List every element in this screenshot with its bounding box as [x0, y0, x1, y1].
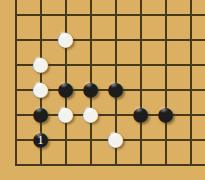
go-board: ●●●●●●●●●●●●1●	[3, 2, 203, 177]
grid-line-vertical	[165, 51, 167, 78]
intersection[interactable]	[178, 77, 203, 102]
grid-line-vertical	[165, 26, 167, 53]
black-stone: ●	[128, 101, 153, 126]
intersection[interactable]	[3, 27, 28, 52]
grid-line-vertical	[190, 101, 192, 128]
intersection[interactable]: ●	[153, 102, 178, 127]
intersection[interactable]	[3, 77, 28, 102]
go-board-diagram: ●●●●●●●●●●●●1●	[0, 0, 205, 180]
intersection[interactable]	[153, 27, 178, 52]
black-stone: ●	[103, 76, 128, 101]
intersection[interactable]	[103, 27, 128, 52]
grid-line-vertical	[190, 76, 192, 103]
intersection[interactable]	[153, 52, 178, 77]
intersection[interactable]	[3, 152, 28, 177]
intersection[interactable]: ●	[103, 77, 128, 102]
grid-line-vertical	[190, 151, 192, 166]
intersection[interactable]	[3, 127, 28, 152]
intersection[interactable]	[128, 2, 153, 27]
white-stone: ●	[53, 26, 78, 51]
intersection[interactable]: ●	[128, 102, 153, 127]
grid-line-vertical	[15, 101, 17, 128]
intersection[interactable]	[153, 2, 178, 27]
intersection[interactable]	[128, 27, 153, 52]
grid-line-vertical	[165, 151, 167, 166]
intersection[interactable]	[153, 152, 178, 177]
intersection[interactable]: ●	[103, 127, 128, 152]
intersection[interactable]	[53, 152, 78, 177]
grid-line-vertical	[190, 0, 192, 28]
intersection[interactable]	[178, 127, 203, 152]
intersection[interactable]	[128, 152, 153, 177]
intersection[interactable]	[3, 2, 28, 27]
intersection[interactable]	[178, 102, 203, 127]
intersection[interactable]: ●	[53, 27, 78, 52]
intersection[interactable]	[3, 52, 28, 77]
intersection[interactable]	[178, 152, 203, 177]
grid-line-vertical	[40, 0, 42, 28]
intersection[interactable]	[78, 27, 103, 52]
intersection[interactable]	[3, 102, 28, 127]
intersection[interactable]	[178, 52, 203, 77]
move-number-label: 1	[28, 127, 53, 152]
white-stone: ●	[103, 126, 128, 151]
intersection[interactable]	[103, 2, 128, 27]
grid-line-vertical	[15, 0, 17, 28]
intersection[interactable]	[128, 52, 153, 77]
grid-line-vertical	[140, 151, 142, 166]
black-stone: ●	[153, 101, 178, 126]
grid-line-vertical	[15, 51, 17, 78]
grid-line-vertical	[15, 76, 17, 103]
grid-line-vertical	[165, 0, 167, 28]
grid-line-vertical	[140, 51, 142, 78]
white-stone: ●	[78, 101, 103, 126]
intersection[interactable]: ●	[78, 102, 103, 127]
white-stone: ●	[53, 101, 78, 126]
grid-line-vertical	[190, 26, 192, 53]
intersection[interactable]	[178, 27, 203, 52]
grid-line-vertical	[140, 0, 142, 28]
grid-line-vertical	[65, 151, 67, 166]
grid-line-vertical	[90, 26, 92, 53]
intersection[interactable]	[78, 152, 103, 177]
intersection[interactable]	[178, 2, 203, 27]
grid-line-vertical	[115, 26, 117, 53]
intersection[interactable]	[78, 2, 103, 27]
grid-line-vertical	[90, 151, 92, 166]
grid-line-vertical	[115, 0, 117, 28]
intersection[interactable]	[28, 2, 53, 27]
grid-line-vertical	[15, 151, 17, 166]
grid-line-vertical	[190, 51, 192, 78]
grid-line-vertical	[15, 126, 17, 153]
intersection[interactable]: ●1	[28, 127, 53, 152]
grid-line-vertical	[140, 26, 142, 53]
intersection[interactable]: ●	[53, 102, 78, 127]
grid-line-vertical	[90, 0, 92, 28]
grid-line-vertical	[15, 26, 17, 53]
grid-line-vertical	[190, 126, 192, 153]
